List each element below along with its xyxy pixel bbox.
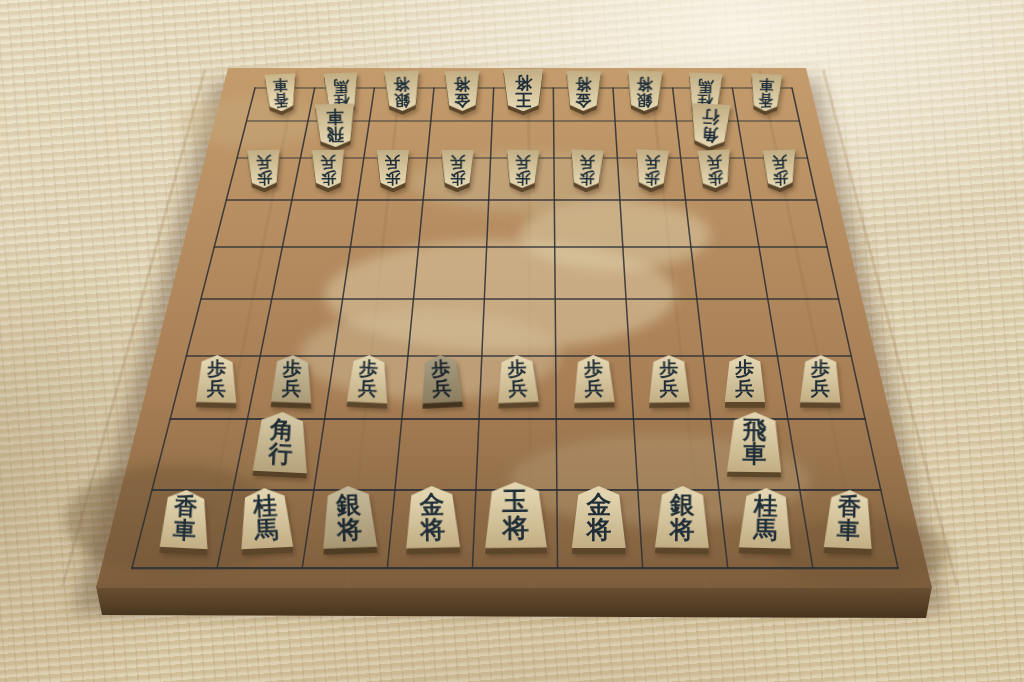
piece-pawn-gote[interactable]: 歩兵 xyxy=(505,150,539,193)
piece-pawn-gote[interactable]: 歩兵 xyxy=(441,150,474,193)
piece-kanji: 香車 xyxy=(836,495,861,543)
piece-kanji: 歩兵 xyxy=(579,153,595,185)
piece-face: 歩兵 xyxy=(649,355,690,403)
piece-gold-sente[interactable]: 金将 xyxy=(404,485,460,554)
piece-lance-sente[interactable]: 香車 xyxy=(823,489,873,555)
piece-face: 香車 xyxy=(264,73,297,112)
piece-face: 飛車 xyxy=(315,104,355,148)
pieces-layer: 香車桂馬銀将金将王将金将銀将桂馬香車飛車角行歩兵歩兵歩兵歩兵歩兵歩兵歩兵歩兵歩兵… xyxy=(0,0,1024,682)
piece-face: 玉将 xyxy=(484,482,547,549)
piece-face: 金将 xyxy=(445,71,480,111)
piece-kanji: 香車 xyxy=(172,495,197,543)
piece-face: 歩兵 xyxy=(347,354,390,403)
piece-king-gote[interactable]: 王将 xyxy=(503,69,543,115)
piece-kanji: 歩兵 xyxy=(706,153,723,185)
piece-kanji: 歩兵 xyxy=(771,153,787,185)
piece-silver-sente[interactable]: 銀将 xyxy=(321,485,377,555)
piece-kanji: 金将 xyxy=(419,492,445,543)
photo-scene: 香車桂馬銀将金将王将金将銀将桂馬香車飛車角行歩兵歩兵歩兵歩兵歩兵歩兵歩兵歩兵歩兵… xyxy=(0,0,1024,682)
piece-pawn-gote[interactable]: 歩兵 xyxy=(377,150,410,192)
piece-kanji: 銀将 xyxy=(636,75,653,108)
piece-gold-gote[interactable]: 金将 xyxy=(566,71,601,115)
piece-face: 銀将 xyxy=(384,71,420,112)
piece-pawn-sente[interactable]: 歩兵 xyxy=(725,355,766,408)
piece-face: 歩兵 xyxy=(572,354,614,402)
piece-lance-gote[interactable]: 香車 xyxy=(264,73,297,116)
piece-face: 桂馬 xyxy=(739,487,792,548)
piece-face: 歩兵 xyxy=(725,355,766,403)
piece-kanji: 桂馬 xyxy=(753,493,778,542)
piece-face: 歩兵 xyxy=(506,150,539,189)
piece-knight-sente[interactable]: 桂馬 xyxy=(238,487,293,555)
piece-face: 香車 xyxy=(159,489,210,549)
piece-face: 角行 xyxy=(252,410,309,472)
piece-face: 歩兵 xyxy=(196,354,238,402)
piece-pawn-gote[interactable]: 歩兵 xyxy=(570,150,604,194)
piece-lance-sente[interactable]: 香車 xyxy=(159,489,210,555)
piece-face: 歩兵 xyxy=(420,354,463,403)
piece-kanji: 金将 xyxy=(586,492,611,542)
piece-rook-gote[interactable]: 飛車 xyxy=(315,104,355,152)
piece-pawn-sente[interactable]: 歩兵 xyxy=(196,354,238,408)
piece-pawn-gote[interactable]: 歩兵 xyxy=(312,150,345,193)
piece-lance-gote[interactable]: 香車 xyxy=(750,73,783,116)
piece-face: 王将 xyxy=(503,69,543,112)
piece-kanji: 歩兵 xyxy=(282,359,302,398)
piece-kanji: 銀将 xyxy=(336,491,363,542)
piece-face: 歩兵 xyxy=(312,150,345,188)
piece-pawn-sente[interactable]: 歩兵 xyxy=(649,355,690,408)
piece-pawn-gote[interactable]: 歩兵 xyxy=(634,149,669,193)
piece-kanji: 香車 xyxy=(758,77,774,108)
piece-bishop-sente[interactable]: 角行 xyxy=(252,410,309,478)
piece-face: 歩兵 xyxy=(271,354,313,403)
piece-kanji: 飛車 xyxy=(742,417,766,466)
piece-silver-gote[interactable]: 銀将 xyxy=(627,71,663,116)
piece-kanji: 歩兵 xyxy=(659,359,678,398)
piece-kanji: 歩兵 xyxy=(507,359,527,398)
piece-kanji: 歩兵 xyxy=(514,153,530,184)
piece-kanji: 角行 xyxy=(701,108,720,144)
piece-king-sente[interactable]: 玉将 xyxy=(484,482,547,555)
piece-face: 飛車 xyxy=(727,411,782,472)
piece-pawn-sente[interactable]: 歩兵 xyxy=(496,354,538,408)
piece-silver-sente[interactable]: 銀将 xyxy=(655,486,710,554)
piece-face: 銀将 xyxy=(321,485,377,549)
piece-knight-sente[interactable]: 桂馬 xyxy=(739,487,792,554)
piece-kanji: 玉将 xyxy=(502,488,529,542)
piece-kanji: 桂馬 xyxy=(252,493,278,543)
piece-silver-gote[interactable]: 銀将 xyxy=(384,71,420,116)
piece-gold-sente[interactable]: 金将 xyxy=(572,486,626,554)
piece-pawn-sente[interactable]: 歩兵 xyxy=(271,354,313,408)
piece-face: 歩兵 xyxy=(377,150,410,188)
piece-kanji: 歩兵 xyxy=(450,154,466,185)
piece-kanji: 金将 xyxy=(576,75,592,108)
piece-kanji: 歩兵 xyxy=(583,359,603,398)
piece-face: 歩兵 xyxy=(800,355,841,403)
piece-face: 金将 xyxy=(404,485,459,548)
piece-bishop-gote[interactable]: 角行 xyxy=(690,103,731,152)
piece-face: 金将 xyxy=(566,71,601,111)
piece-kanji: 歩兵 xyxy=(643,153,660,185)
piece-gold-gote[interactable]: 金将 xyxy=(445,71,480,115)
piece-pawn-gote[interactable]: 歩兵 xyxy=(762,150,796,194)
piece-kanji: 角行 xyxy=(268,417,294,467)
piece-face: 歩兵 xyxy=(247,150,280,189)
piece-kanji: 金将 xyxy=(454,75,470,108)
piece-kanji: 歩兵 xyxy=(385,154,400,185)
piece-kanji: 王将 xyxy=(515,73,532,108)
piece-pawn-sente[interactable]: 歩兵 xyxy=(572,354,614,408)
piece-kanji: 銀将 xyxy=(669,492,694,543)
piece-rook-sente[interactable]: 飛車 xyxy=(727,411,782,477)
piece-pawn-gote[interactable]: 歩兵 xyxy=(247,150,281,193)
piece-kanji: 銀将 xyxy=(393,75,410,108)
piece-kanji: 歩兵 xyxy=(358,359,379,399)
piece-kanji: 歩兵 xyxy=(207,359,227,398)
piece-kanji: 歩兵 xyxy=(256,153,272,184)
piece-face: 歩兵 xyxy=(441,150,474,188)
piece-pawn-gote[interactable]: 歩兵 xyxy=(697,149,732,193)
piece-kanji: 歩兵 xyxy=(735,359,754,398)
piece-face: 銀将 xyxy=(655,486,710,548)
piece-kanji: 香車 xyxy=(272,77,288,108)
piece-pawn-sente[interactable]: 歩兵 xyxy=(346,354,389,409)
piece-kanji: 歩兵 xyxy=(431,359,452,399)
piece-face: 金将 xyxy=(572,486,626,548)
piece-face: 桂馬 xyxy=(238,487,293,549)
piece-pawn-sente[interactable]: 歩兵 xyxy=(420,354,463,409)
piece-face: 香車 xyxy=(824,489,874,549)
piece-kanji: 歩兵 xyxy=(320,154,336,185)
piece-kanji: 飛車 xyxy=(326,108,344,144)
piece-pawn-sente[interactable]: 歩兵 xyxy=(800,355,841,408)
piece-kanji: 歩兵 xyxy=(811,359,830,398)
piece-face: 歩兵 xyxy=(496,354,538,403)
